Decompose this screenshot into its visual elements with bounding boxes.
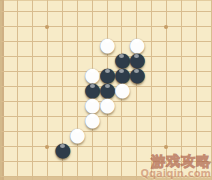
grid-vline bbox=[211, 0, 212, 180]
stone-glyph: ● bbox=[129, 66, 146, 82]
star-point bbox=[164, 25, 168, 29]
stone-glyph: ● bbox=[54, 141, 71, 157]
stone-glyph: ● bbox=[69, 126, 86, 142]
grid-vline bbox=[181, 0, 182, 180]
gomoku-board[interactable]: ●●●●●●●●●●●●●●●● 游戏攻略 Qqaiqin.com bbox=[0, 0, 212, 180]
grid-vline bbox=[17, 0, 18, 180]
grid-hline bbox=[1, 116, 211, 117]
stone-glyph: ● bbox=[84, 111, 101, 127]
grid-vline bbox=[151, 0, 152, 180]
white-stone: ● bbox=[85, 111, 101, 127]
white-stone: ● bbox=[100, 96, 116, 112]
grid-hline bbox=[1, 26, 211, 27]
grid-vline bbox=[136, 0, 137, 180]
grid-vline bbox=[2, 0, 4, 180]
black-stone: ● bbox=[55, 141, 71, 157]
grid-hline bbox=[1, 146, 211, 147]
grid-hline bbox=[1, 161, 211, 162]
grid-hline bbox=[1, 11, 211, 12]
grid-hline bbox=[1, 56, 211, 57]
grid-vline bbox=[196, 0, 197, 180]
star-point bbox=[164, 145, 168, 149]
grid-vline bbox=[77, 0, 78, 180]
black-stone: ● bbox=[129, 66, 145, 82]
grid-hline bbox=[1, 131, 211, 132]
white-stone: ● bbox=[70, 126, 86, 142]
white-stone: ● bbox=[114, 81, 130, 97]
star-point bbox=[45, 145, 49, 149]
grid-hline bbox=[1, 176, 211, 177]
grid-vline bbox=[32, 0, 33, 180]
stone-glyph: ● bbox=[114, 81, 131, 97]
star-point bbox=[45, 25, 49, 29]
stone-glyph: ● bbox=[99, 96, 116, 112]
